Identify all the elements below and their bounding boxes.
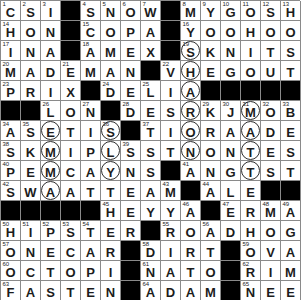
cell-r10c3[interactable]: A [41,181,61,201]
clue-number: 49 [283,201,290,208]
cell-r15c1[interactable]: 63F [1,281,21,300]
cell-r4c7[interactable]: N [121,61,141,81]
cell-r10c13[interactable]: E [241,181,261,201]
cell-r13c2[interactable]: N [21,241,41,261]
cell-letter: T [261,46,280,59]
cell-r8c5[interactable]: P [81,141,101,161]
cell-r14c3[interactable]: T [41,261,61,281]
cell-r11c6[interactable]: 45H [101,201,121,221]
cell-letter: G [221,166,240,179]
cell-r7c11[interactable]: R [201,121,221,141]
cell-r2c15[interactable]: O [281,21,301,41]
clue-number: 30 [223,101,230,108]
cell-r7c3[interactable]: E [41,121,61,141]
cell-letter: R [241,206,260,219]
cell-r9c15[interactable]: T [281,161,301,181]
cell-r8c12[interactable]: N [221,141,241,161]
clue-number: 2 [23,1,26,8]
cell-r15c11[interactable]: M [201,281,221,300]
cell-r4c5[interactable]: M [81,61,101,81]
clue-number: 8 [183,1,186,8]
cell-r2c10[interactable]: 16Y [181,21,201,41]
cell-r14c1[interactable]: 60O [1,261,21,281]
cell-r4c11[interactable]: E [201,61,221,81]
cell-letter: A [241,126,260,139]
cell-r11c8[interactable]: Y [141,201,161,221]
cell-letter: E [121,186,140,199]
clue-number: 39 [123,141,130,148]
cell-letter: N [21,46,40,59]
black-cell-r1c9 [161,1,181,21]
clue-number: 35 [23,121,30,128]
cell-letter: I [241,46,260,59]
cell-r3c2[interactable]: N [21,41,41,61]
clue-number: 18 [83,41,90,48]
cell-letter: D [41,66,60,79]
cell-r8c1[interactable]: 38S [1,141,21,161]
cell-r5c10[interactable]: A [181,81,201,101]
cell-letter: O [201,146,220,159]
cell-letter: E [141,106,160,119]
cell-r14c9[interactable]: A [161,261,181,281]
clue-number: 16 [183,21,190,28]
cell-letter: A [141,26,160,39]
cell-r14c10[interactable]: T [181,261,201,281]
cell-r7c4[interactable]: T [61,121,81,141]
cell-r1c12[interactable]: 10G [221,1,241,21]
cell-r6c5[interactable]: 27N [81,101,101,121]
cell-r4c15[interactable]: T [281,61,301,81]
cell-letter: M [41,146,60,159]
cell-letter: T [41,266,60,279]
cell-letter: O [281,26,300,39]
cell-r8c4[interactable]: I [61,141,81,161]
cell-letter: K [201,46,220,59]
cell-r6c14[interactable]: 32O [261,101,281,121]
clue-number: 17 [3,41,10,48]
cell-r13c9[interactable]: I [161,241,181,261]
cell-r9c12[interactable]: G [221,161,241,181]
cell-r8c11[interactable]: O [201,141,221,161]
cell-letter: S [281,146,300,159]
black-cell-r9c9 [161,161,181,181]
cell-r2c7[interactable]: P [121,21,141,41]
cell-r2c12[interactable]: O [221,21,241,41]
cell-r8c3[interactable]: M [41,141,61,161]
cell-letter: S [281,46,300,59]
cell-r12c1[interactable]: 50H [1,221,21,241]
black-cell-r11c1 [1,201,21,221]
cell-letter: N [101,286,120,299]
cell-r11c7[interactable]: E [121,201,141,221]
cell-letter: W [21,186,40,199]
cell-r6c15[interactable]: 33B [281,101,301,121]
cell-letter: E [261,146,280,159]
cell-r3c11[interactable]: K [201,41,221,61]
cell-r1c3[interactable]: 3I [41,1,61,21]
cell-r1c1[interactable]: 1C [1,1,21,21]
cell-r6c11[interactable]: 29K [201,101,221,121]
cell-r8c9[interactable]: T [161,141,181,161]
cell-r8c13[interactable]: T [241,141,261,161]
cell-r4c14[interactable]: U [261,61,281,81]
cell-r12c13[interactable]: H [241,221,261,241]
clue-number: 54 [83,221,90,228]
cell-r5c4[interactable]: X [61,81,81,101]
clue-number: 42 [3,181,10,188]
cell-r7c9[interactable]: I [161,121,181,141]
cell-r14c15[interactable]: M [281,261,301,281]
cell-r12c6[interactable]: E [101,221,121,241]
cell-letter: O [221,26,240,39]
cell-r6c12[interactable]: 30J [221,101,241,121]
cell-r3c14[interactable]: T [261,41,281,61]
cell-r9c8[interactable]: S [141,161,161,181]
cell-r4c12[interactable]: G [221,61,241,81]
cell-r6c10[interactable]: R [181,101,201,121]
cell-r15c3[interactable]: S [41,281,61,300]
cell-letter: T [241,166,260,179]
clue-number: 64 [143,281,150,288]
cell-r3c1[interactable]: 17I [1,41,21,61]
cell-r7c1[interactable]: 34A [1,121,21,141]
cell-r10c9[interactable]: 43M [161,181,181,201]
cell-r15c8[interactable]: 64A [141,281,161,300]
cell-r4c13[interactable]: O [241,61,261,81]
cell-letter: T [201,246,220,259]
cell-r2c6[interactable]: O [101,21,121,41]
cell-r13c15[interactable]: A [281,241,301,261]
black-cell-r15c12 [221,281,241,300]
cell-r1c8[interactable]: 7W [141,1,161,21]
cell-r4c4[interactable]: 21E [61,61,81,81]
cell-letter: A [81,166,100,179]
cell-r9c14[interactable]: S [261,161,281,181]
cell-r14c6[interactable]: I [101,261,121,281]
cell-r11c12[interactable]: 47E [221,201,241,221]
cell-r1c15[interactable]: 13H [281,1,301,21]
cell-letter: A [61,186,80,199]
cell-r6c9[interactable]: S [161,101,181,121]
cell-r9c10[interactable]: 41A [181,161,201,181]
cell-letter: R [21,86,40,99]
cell-r1c10[interactable]: 8M [181,1,201,21]
cell-r13c3[interactable]: E [41,241,61,261]
cell-r2c5[interactable]: 15C [81,21,101,41]
cell-r4c2[interactable]: A [21,61,41,81]
cell-letter: T [61,126,80,139]
clue-number: 50 [3,221,10,228]
clue-number: 25 [143,81,150,88]
cell-r12c9[interactable]: 55R [161,221,181,241]
cell-r13c14[interactable]: V [261,241,281,261]
cell-r14c4[interactable]: O [61,261,81,281]
clue-number: 20 [3,61,10,68]
cell-r10c6[interactable]: T [101,181,121,201]
cell-r1c7[interactable]: 6O [121,1,141,21]
cell-r2c13[interactable]: H [241,21,261,41]
black-cell-r10c14 [261,181,281,201]
cell-letter: S [141,146,160,159]
cell-r1c2[interactable]: 2S [21,1,41,21]
clue-number: 9 [203,1,206,8]
cell-r15c15[interactable]: E [281,281,301,300]
cell-r1c5[interactable]: 4S [81,1,101,21]
black-cell-r5c11 [201,81,221,101]
cell-r5c6[interactable]: 24D [101,81,121,101]
cell-r6c7[interactable]: 28D [121,101,141,121]
cell-r13c6[interactable]: R [101,241,121,261]
cell-r2c3[interactable]: N [41,21,61,41]
cell-r9c4[interactable]: C [61,161,81,181]
crossword-grid: 1C2S3I4S5N6O7W8M9Y10G11O12S13H14HON15COP… [0,0,300,300]
cell-r14c13[interactable]: 62R [241,261,261,281]
cell-r3c8[interactable]: X [141,41,161,61]
cell-r4c9[interactable]: 22V [161,61,181,81]
cell-r15c2[interactable]: A [21,281,41,300]
black-cell-r11c11 [201,201,221,221]
cell-r3c3[interactable]: A [41,41,61,61]
cell-r4c6[interactable]: A [101,61,121,81]
cell-r4c1[interactable]: 20M [1,61,21,81]
cell-r6c3[interactable]: 26L [41,101,61,121]
cell-r8c2[interactable]: K [21,141,41,161]
cell-r3c5[interactable]: 18A [81,41,101,61]
clue-number: 52 [43,221,50,228]
cell-r3c6[interactable]: M [101,41,121,61]
cell-r12c10[interactable]: O [181,221,201,241]
cell-r5c1[interactable]: 23P [1,81,21,101]
black-cell-r13c7 [121,241,141,261]
cell-r8c8[interactable]: S [141,141,161,161]
cell-r13c1[interactable]: 57O [1,241,21,261]
cell-r11c14[interactable]: 48M [261,201,281,221]
black-cell-r12c8 [141,221,161,241]
cell-r10c2[interactable]: W [21,181,41,201]
cell-r6c13[interactable]: 31M [241,101,261,121]
cell-r8c6[interactable]: L [101,141,121,161]
cell-letter: X [141,46,160,59]
cell-letter: T [101,186,120,199]
cell-letter: H [181,66,200,79]
cell-r13c10[interactable]: R [181,241,201,261]
cell-letter: T [61,286,80,299]
cell-r3c7[interactable]: E [121,41,141,61]
cell-r12c5[interactable]: 54T [81,221,101,241]
cell-r15c6[interactable]: N [101,281,121,300]
cell-letter: E [281,286,300,299]
cell-r13c5[interactable]: A [81,241,101,261]
cell-r7c2[interactable]: 35S [21,121,41,141]
cell-r10c12[interactable]: L [221,181,241,201]
clue-number: 31 [243,101,250,108]
cell-r13c13[interactable]: 59O [241,241,261,261]
cell-r9c3[interactable]: M [41,161,61,181]
cell-r9c7[interactable]: N [121,161,141,181]
cell-r14c8[interactable]: 61N [141,261,161,281]
cell-r15c13[interactable]: 65N [241,281,261,300]
cell-r13c4[interactable]: C [61,241,81,261]
black-cell-r14c12 [221,261,241,281]
clue-number: 53 [63,221,70,228]
cell-letter: O [181,126,200,139]
cell-r7c8[interactable]: 37T [141,121,161,141]
cell-letter: O [261,226,280,239]
clue-number: 44 [203,181,210,188]
clue-number: 4 [83,1,86,8]
clue-number: 62 [243,261,250,268]
cell-r15c4[interactable]: T [61,281,81,300]
cell-r5c3[interactable]: I [41,81,61,101]
cell-r12c2[interactable]: 51I [21,221,41,241]
cell-r6c8[interactable]: E [141,101,161,121]
cell-letter: E [261,286,280,299]
cell-r14c2[interactable]: C [21,261,41,281]
cell-r4c3[interactable]: D [41,61,61,81]
cell-r11c10[interactable]: 46A [181,201,201,221]
cell-r1c13[interactable]: 11O [241,1,261,21]
cell-letter: H [241,26,260,39]
cell-r9c6[interactable]: Y [101,161,121,181]
cell-r3c10[interactable]: 19S [181,41,201,61]
cell-letter: E [41,126,60,139]
cell-r5c8[interactable]: 25L [141,81,161,101]
cell-r12c7[interactable]: R [121,221,141,241]
clue-number: 23 [3,81,10,88]
cell-r9c11[interactable]: N [201,161,221,181]
cell-r5c7[interactable]: E [121,81,141,101]
cell-r9c2[interactable]: E [21,161,41,181]
clue-number: 36 [103,121,110,128]
cell-r7c6[interactable]: 36S [101,121,121,141]
cell-r10c5[interactable]: T [81,181,101,201]
black-cell-r7c7 [121,121,141,141]
cell-r15c14[interactable]: E [261,281,281,300]
clue-number: 12 [263,1,270,8]
cell-r10c11[interactable]: 44A [201,181,221,201]
cell-r12c3[interactable]: 52P [41,221,61,241]
cell-r15c5[interactable]: E [81,281,101,300]
cell-r3c13[interactable]: I [241,41,261,61]
black-cell-r10c15 [281,181,301,201]
cell-r10c8[interactable]: A [141,181,161,201]
clue-number: 26 [43,101,50,108]
cell-r12c11[interactable]: 56A [201,221,221,241]
cell-r2c1[interactable]: 14H [1,21,21,41]
cell-r3c12[interactable]: N [221,41,241,61]
cell-letter: I [161,86,180,99]
cell-r5c2[interactable]: R [21,81,41,101]
cell-r11c15[interactable]: 49A [281,201,301,221]
cell-r2c14[interactable]: O [261,21,281,41]
cell-letter: H [241,226,260,239]
cell-r9c13[interactable]: T [241,161,261,181]
cell-letter: E [21,166,40,179]
cell-letter: N [41,26,60,39]
clue-number: 43 [163,181,170,188]
clue-number: 65 [243,281,250,288]
cell-r12c4[interactable]: 53S [61,221,81,241]
cell-r7c10[interactable]: O [181,121,201,141]
black-cell-r3c9 [161,41,181,61]
cell-r7c13[interactable]: A [241,121,261,141]
cell-letter: M [201,286,220,299]
cell-r14c11[interactable]: O [201,261,221,281]
cell-r12c14[interactable]: O [261,221,281,241]
cell-r7c15[interactable]: E [281,121,301,141]
cell-r1c14[interactable]: 12S [261,1,281,21]
cell-r2c11[interactable]: O [201,21,221,41]
cell-r2c2[interactable]: O [21,21,41,41]
cell-r5c9[interactable]: I [161,81,181,101]
cell-letter: U [261,66,280,79]
cell-letter: E [41,246,60,259]
cell-r14c14[interactable]: I [261,261,281,281]
cell-r8c10[interactable]: N [181,141,201,161]
cell-r3c15[interactable]: S [281,41,301,61]
cell-r10c4[interactable]: A [61,181,81,201]
cell-r4c10[interactable]: H [181,61,201,81]
cell-r8c7[interactable]: 39S [121,141,141,161]
cell-r15c10[interactable]: A [181,281,201,300]
black-cell-r4c8 [141,61,161,81]
black-cell-r5c12 [221,81,241,101]
clue-number: 28 [123,101,130,108]
cell-letter: O [261,26,280,39]
cell-letter: T [181,266,200,279]
black-cell-r11c5 [81,201,101,221]
cell-r7c5[interactable]: I [81,121,101,141]
cell-r7c14[interactable]: D [261,121,281,141]
cell-r15c9[interactable]: D [161,281,181,300]
cell-r6c4[interactable]: O [61,101,81,121]
cell-r12c12[interactable]: D [221,221,241,241]
cell-letter: S [41,286,60,299]
cell-letter: Y [141,206,160,219]
cell-letter: E [101,226,120,239]
cell-letter: Y [161,206,180,219]
cell-r13c8[interactable]: 58D [141,241,161,261]
cell-letter: E [121,206,140,219]
clue-number: 61 [143,261,150,268]
black-cell-r11c3 [41,201,61,221]
cell-r2c8[interactable]: A [141,21,161,41]
cell-letter: N [201,166,220,179]
cell-r1c6[interactable]: 5N [101,1,121,21]
cell-r9c5[interactable]: A [81,161,101,181]
cell-r11c9[interactable]: Y [161,201,181,221]
clue-number: 59 [243,241,250,248]
cell-r10c1[interactable]: 42S [1,181,21,201]
clue-number: 3 [43,1,46,8]
cell-r1c11[interactable]: 9Y [201,1,221,21]
cell-letter: A [81,246,100,259]
cell-letter: T [281,166,300,179]
clue-number: 63 [3,281,10,288]
cell-r8c15[interactable]: S [281,141,301,161]
cell-r8c14[interactable]: E [261,141,281,161]
cell-r12c15[interactable]: G [281,221,301,241]
cell-r9c1[interactable]: 40P [1,161,21,181]
cell-r13c11[interactable]: T [201,241,221,261]
cell-letter: M [41,166,60,179]
cell-r7c12[interactable]: A [221,121,241,141]
cell-r10c7[interactable]: E [121,181,141,201]
cell-letter: T [241,146,260,159]
cell-r14c5[interactable]: P [81,261,101,281]
cell-r11c13[interactable]: R [241,201,261,221]
cell-letter: V [261,246,280,259]
